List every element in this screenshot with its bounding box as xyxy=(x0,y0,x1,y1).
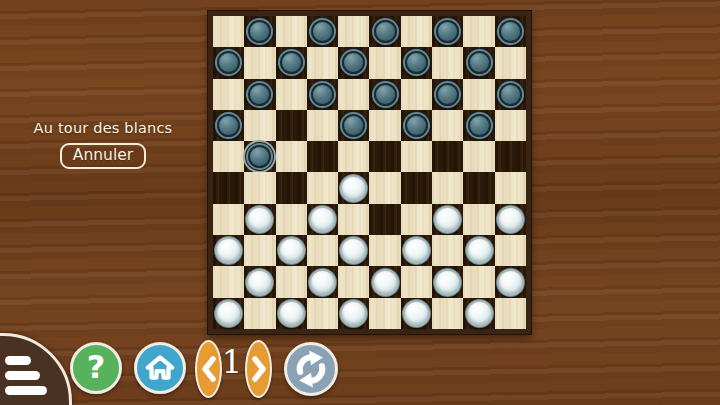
square-r7c9 xyxy=(463,204,494,235)
square-r5c4[interactable] xyxy=(307,141,338,172)
square-r10c7[interactable] xyxy=(401,298,432,329)
white-piece[interactable] xyxy=(434,269,461,296)
square-r10c2 xyxy=(244,298,275,329)
square-r4c1[interactable] xyxy=(213,110,244,141)
hamburger-menu-icon xyxy=(5,386,47,395)
square-r10c9[interactable] xyxy=(463,298,494,329)
home-button[interactable] xyxy=(134,342,186,394)
square-r5c5 xyxy=(338,141,369,172)
square-r3c4[interactable] xyxy=(307,79,338,110)
black-piece[interactable] xyxy=(340,49,367,76)
white-piece[interactable] xyxy=(246,206,273,233)
square-r6c9[interactable] xyxy=(463,172,494,203)
square-r9c2[interactable] xyxy=(244,266,275,297)
square-r8c2 xyxy=(244,235,275,266)
square-r5c8[interactable] xyxy=(432,141,463,172)
square-r3c8[interactable] xyxy=(432,79,463,110)
square-r6c10 xyxy=(495,172,526,203)
square-r3c10[interactable] xyxy=(495,79,526,110)
white-piece[interactable] xyxy=(340,175,367,202)
white-piece[interactable] xyxy=(434,206,461,233)
square-r6c8 xyxy=(432,172,463,203)
white-piece[interactable] xyxy=(309,269,336,296)
square-r1c4[interactable] xyxy=(307,16,338,47)
square-r9c9 xyxy=(463,266,494,297)
square-r9c7 xyxy=(401,266,432,297)
square-r9c1 xyxy=(213,266,244,297)
square-r5c6[interactable] xyxy=(369,141,400,172)
square-r4c10 xyxy=(495,110,526,141)
reload-button[interactable] xyxy=(284,342,338,396)
white-piece[interactable] xyxy=(340,237,367,264)
square-r4c3[interactable] xyxy=(276,110,307,141)
white-piece[interactable] xyxy=(215,300,242,327)
square-r1c8[interactable] xyxy=(432,16,463,47)
black-piece[interactable] xyxy=(497,18,524,45)
white-piece[interactable] xyxy=(403,300,430,327)
home-icon xyxy=(143,351,177,385)
square-r1c3 xyxy=(276,16,307,47)
white-piece[interactable] xyxy=(497,269,524,296)
square-r1c2[interactable] xyxy=(244,16,275,47)
square-r3c6[interactable] xyxy=(369,79,400,110)
square-r4c4 xyxy=(307,110,338,141)
square-r1c1 xyxy=(213,16,244,47)
reload-icon xyxy=(292,350,330,388)
square-r4c2 xyxy=(244,110,275,141)
square-r2c1[interactable] xyxy=(213,47,244,78)
hamburger-menu-icon xyxy=(5,371,40,380)
white-piece[interactable] xyxy=(309,206,336,233)
help-button[interactable]: ? xyxy=(70,342,122,394)
square-r5c1 xyxy=(213,141,244,172)
square-r7c7 xyxy=(401,204,432,235)
square-r7c10[interactable] xyxy=(495,204,526,235)
square-r2c9[interactable] xyxy=(463,47,494,78)
black-piece[interactable] xyxy=(403,112,430,139)
square-r5c3 xyxy=(276,141,307,172)
square-r3c1 xyxy=(213,79,244,110)
white-piece[interactable] xyxy=(340,300,367,327)
square-r9c3 xyxy=(276,266,307,297)
checkers-board[interactable] xyxy=(208,11,531,334)
square-r5c9 xyxy=(463,141,494,172)
white-piece[interactable] xyxy=(246,269,273,296)
square-r10c10 xyxy=(495,298,526,329)
square-r8c7[interactable] xyxy=(401,235,432,266)
square-r10c8 xyxy=(432,298,463,329)
square-r2c6 xyxy=(369,47,400,78)
white-piece[interactable] xyxy=(278,237,305,264)
square-r9c4[interactable] xyxy=(307,266,338,297)
white-piece[interactable] xyxy=(466,237,493,264)
black-piece[interactable] xyxy=(309,81,336,108)
square-r10c6 xyxy=(369,298,400,329)
square-r2c8 xyxy=(432,47,463,78)
square-r6c5[interactable] xyxy=(338,172,369,203)
chevron-left-icon xyxy=(201,354,217,384)
square-r3c9 xyxy=(463,79,494,110)
square-r3c2[interactable] xyxy=(244,79,275,110)
square-r4c8 xyxy=(432,110,463,141)
square-r9c10[interactable] xyxy=(495,266,526,297)
square-r6c6 xyxy=(369,172,400,203)
square-r7c3 xyxy=(276,204,307,235)
square-r6c2 xyxy=(244,172,275,203)
chevron-right-icon xyxy=(251,354,267,384)
square-r7c8[interactable] xyxy=(432,204,463,235)
black-piece[interactable] xyxy=(278,49,305,76)
square-r8c4 xyxy=(307,235,338,266)
square-r3c3 xyxy=(276,79,307,110)
square-r7c5 xyxy=(338,204,369,235)
square-r8c3[interactable] xyxy=(276,235,307,266)
square-r2c4 xyxy=(307,47,338,78)
square-r8c1[interactable] xyxy=(213,235,244,266)
white-piece[interactable] xyxy=(278,300,305,327)
square-r2c7[interactable] xyxy=(401,47,432,78)
square-r9c6[interactable] xyxy=(369,266,400,297)
black-piece[interactable] xyxy=(309,18,336,45)
turn-indicator: Au tour des blancs xyxy=(0,120,206,136)
square-r5c7 xyxy=(401,141,432,172)
square-r1c10[interactable] xyxy=(495,16,526,47)
black-piece[interactable] xyxy=(340,112,367,139)
square-r5c10[interactable] xyxy=(495,141,526,172)
square-r4c7[interactable] xyxy=(401,110,432,141)
hamburger-menu-icon xyxy=(5,356,31,365)
square-r7c1 xyxy=(213,204,244,235)
black-piece[interactable] xyxy=(466,112,493,139)
square-r2c5[interactable] xyxy=(338,47,369,78)
square-r10c1[interactable] xyxy=(213,298,244,329)
square-r4c6 xyxy=(369,110,400,141)
status-panel: Au tour des blancs Annuler xyxy=(0,120,206,169)
black-piece[interactable] xyxy=(246,143,273,170)
square-r8c10 xyxy=(495,235,526,266)
square-r9c8[interactable] xyxy=(432,266,463,297)
black-piece[interactable] xyxy=(466,49,493,76)
square-r2c10 xyxy=(495,47,526,78)
square-r3c7 xyxy=(401,79,432,110)
square-r8c8 xyxy=(432,235,463,266)
square-r1c9 xyxy=(463,16,494,47)
black-piece[interactable] xyxy=(246,18,273,45)
black-piece[interactable] xyxy=(246,81,273,108)
square-r1c5 xyxy=(338,16,369,47)
square-r8c9[interactable] xyxy=(463,235,494,266)
square-r6c1[interactable] xyxy=(213,172,244,203)
square-r6c3[interactable] xyxy=(276,172,307,203)
black-piece[interactable] xyxy=(403,49,430,76)
black-piece[interactable] xyxy=(434,81,461,108)
square-r1c7 xyxy=(401,16,432,47)
square-r4c9[interactable] xyxy=(463,110,494,141)
square-r10c3[interactable] xyxy=(276,298,307,329)
undo-button[interactable]: Annuler xyxy=(60,143,146,169)
square-r7c2[interactable] xyxy=(244,204,275,235)
white-piece[interactable] xyxy=(466,300,493,327)
square-r3c5 xyxy=(338,79,369,110)
white-piece[interactable] xyxy=(497,206,524,233)
black-piece[interactable] xyxy=(497,81,524,108)
black-piece[interactable] xyxy=(372,81,399,108)
square-r9c5 xyxy=(338,266,369,297)
square-r8c6 xyxy=(369,235,400,266)
square-r5c2[interactable] xyxy=(244,141,275,172)
white-piece[interactable] xyxy=(403,237,430,264)
square-r8c5[interactable] xyxy=(338,235,369,266)
square-r2c3[interactable] xyxy=(276,47,307,78)
black-piece[interactable] xyxy=(215,112,242,139)
next-level-button[interactable] xyxy=(245,340,272,398)
square-r7c6[interactable] xyxy=(369,204,400,235)
black-piece[interactable] xyxy=(372,18,399,45)
level-number: 1 xyxy=(218,346,246,378)
white-piece[interactable] xyxy=(215,237,242,264)
square-r10c4 xyxy=(307,298,338,329)
square-r6c7[interactable] xyxy=(401,172,432,203)
square-r10c5[interactable] xyxy=(338,298,369,329)
square-r6c4 xyxy=(307,172,338,203)
black-piece[interactable] xyxy=(434,18,461,45)
black-piece[interactable] xyxy=(215,49,242,76)
square-r4c5[interactable] xyxy=(338,110,369,141)
square-r2c2 xyxy=(244,47,275,78)
square-r7c4[interactable] xyxy=(307,204,338,235)
white-piece[interactable] xyxy=(372,269,399,296)
question-mark-icon: ? xyxy=(87,351,106,383)
square-r1c6[interactable] xyxy=(369,16,400,47)
